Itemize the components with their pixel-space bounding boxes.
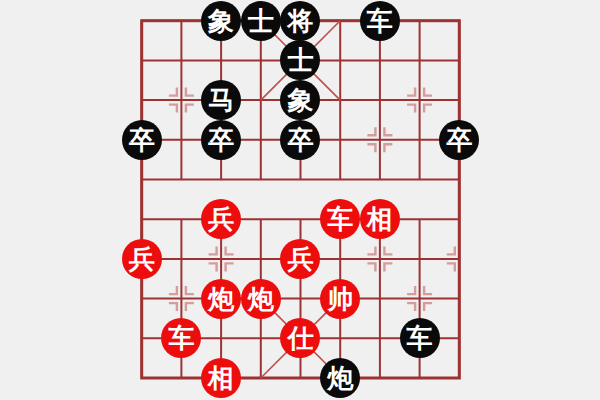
- piece-black-general[interactable]: 将: [280, 1, 320, 41]
- piece-black-chariot[interactable]: 车: [360, 1, 400, 41]
- piece-red-soldier[interactable]: 兵: [280, 239, 320, 279]
- piece-black-advisor[interactable]: 士: [280, 40, 320, 80]
- piece-layer: 象士将车士马象卒卒卒卒兵车相兵兵炮炮帅车仕车相炮: [122, 1, 479, 398]
- piece-red-chariot[interactable]: 车: [161, 318, 201, 358]
- piece-red-cannon[interactable]: 炮: [201, 279, 241, 319]
- piece-black-soldier[interactable]: 卒: [122, 120, 162, 160]
- piece-red-general[interactable]: 帅: [320, 279, 360, 319]
- piece-black-chariot[interactable]: 车: [400, 318, 440, 358]
- piece-red-cannon[interactable]: 炮: [241, 279, 281, 319]
- piece-black-elephant[interactable]: 象: [201, 1, 241, 41]
- piece-red-elephant[interactable]: 相: [360, 199, 400, 239]
- piece-red-elephant[interactable]: 相: [201, 358, 241, 398]
- xiangqi-board-screenshot: 象士将车士马象卒卒卒卒兵车相兵兵炮炮帅车仕车相炮: [0, 0, 600, 400]
- piece-red-chariot[interactable]: 车: [320, 199, 360, 239]
- piece-red-advisor[interactable]: 仕: [280, 318, 320, 358]
- piece-black-cannon[interactable]: 炮: [320, 358, 360, 398]
- piece-black-soldier[interactable]: 卒: [201, 120, 241, 160]
- piece-black-horse[interactable]: 马: [201, 80, 241, 120]
- piece-red-soldier[interactable]: 兵: [122, 239, 162, 279]
- piece-black-elephant[interactable]: 象: [280, 80, 320, 120]
- piece-black-soldier[interactable]: 卒: [280, 120, 320, 160]
- piece-black-advisor[interactable]: 士: [241, 1, 281, 41]
- piece-red-soldier[interactable]: 兵: [201, 199, 241, 239]
- piece-black-soldier[interactable]: 卒: [439, 120, 479, 160]
